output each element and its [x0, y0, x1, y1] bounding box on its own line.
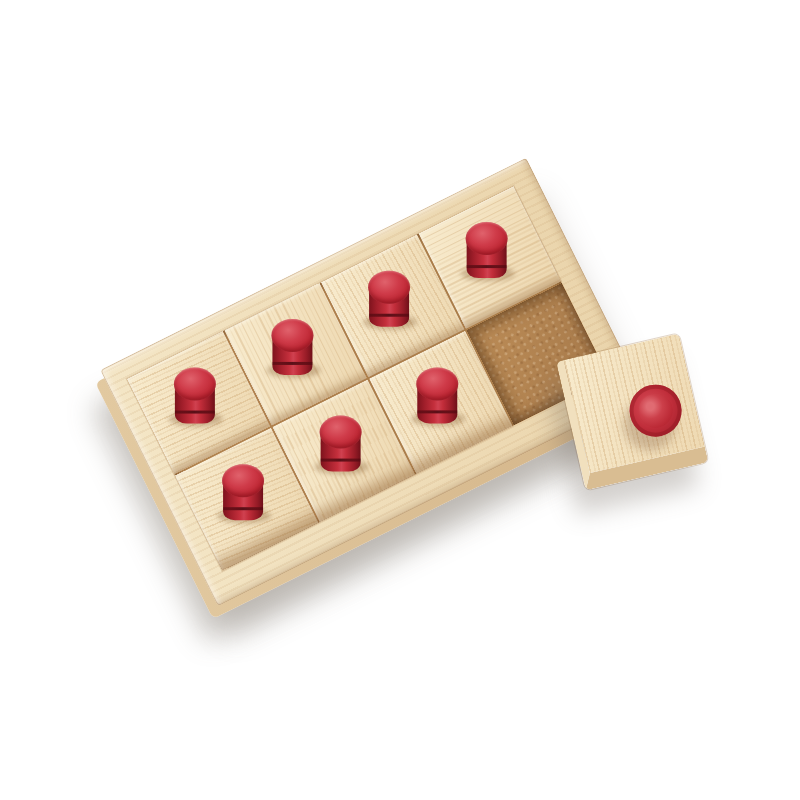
- red-knob[interactable]: [368, 271, 410, 329]
- tray-interior: [127, 186, 609, 570]
- red-knob[interactable]: [417, 367, 459, 425]
- red-knob-top: [271, 319, 313, 352]
- red-knob[interactable]: [222, 464, 264, 522]
- red-knob[interactable]: [319, 416, 361, 474]
- red-knob-top: [222, 464, 264, 497]
- red-knob-top: [319, 416, 361, 449]
- product-photo-scene: [0, 0, 800, 800]
- red-knob-top: [368, 271, 410, 304]
- red-knob-top: [417, 367, 459, 400]
- red-knob[interactable]: [271, 319, 313, 377]
- red-knob[interactable]: [174, 367, 216, 425]
- red-knob[interactable]: [465, 222, 507, 280]
- red-knob-top: [465, 222, 507, 255]
- removed-block-wrap: [539, 321, 745, 525]
- red-knob-top: [174, 367, 216, 400]
